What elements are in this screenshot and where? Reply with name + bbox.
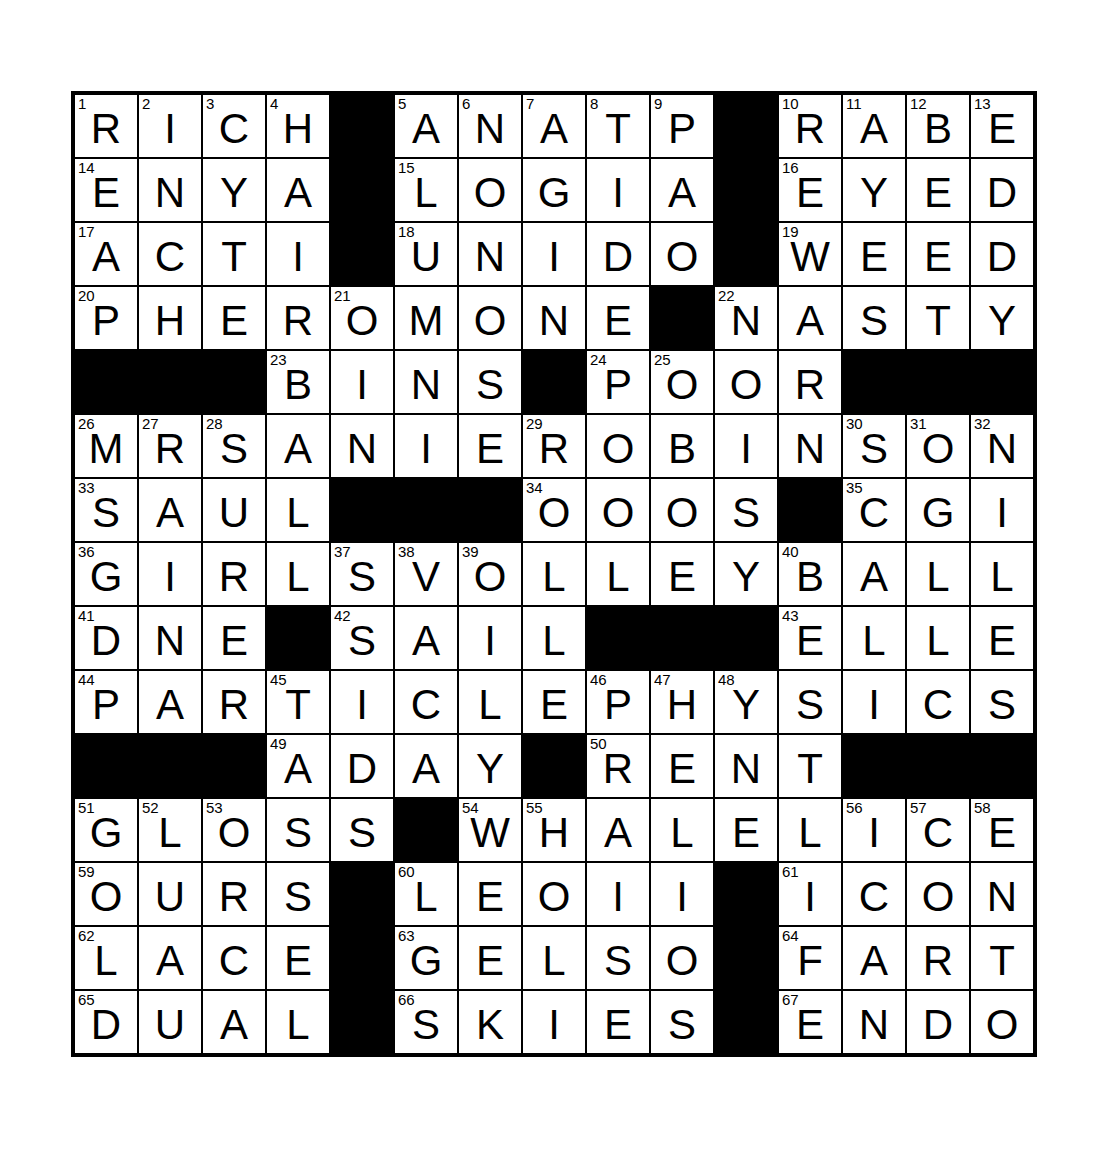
grid-cell[interactable]: 41D: [75, 607, 137, 669]
cell-letter: R: [923, 934, 953, 982]
cell-letter: A: [156, 934, 184, 982]
grid-cell[interactable]: D: [587, 223, 649, 285]
grid-cell[interactable]: S: [459, 351, 521, 413]
grid-cell[interactable]: A: [395, 735, 457, 797]
grid-cell[interactable]: A: [267, 159, 329, 221]
grid-cell[interactable]: S: [651, 991, 713, 1053]
grid-cell[interactable]: 44P: [75, 671, 137, 733]
block-cell: [715, 159, 777, 221]
grid-cell[interactable]: H: [139, 287, 201, 349]
grid-cell[interactable]: 52L: [139, 799, 201, 861]
grid-cell[interactable]: 8T: [587, 95, 649, 157]
cell-letter: O: [666, 934, 699, 982]
clue-number: 40: [782, 544, 799, 560]
grid-cell[interactable]: Y: [459, 735, 521, 797]
cell-letter: U: [219, 486, 249, 534]
grid-cell[interactable]: 9P: [651, 95, 713, 157]
block-cell: [907, 735, 969, 797]
grid-cell[interactable]: E: [907, 159, 969, 221]
grid-cell[interactable]: 35C: [843, 479, 905, 541]
grid-cell[interactable]: 28S: [203, 415, 265, 477]
grid-cell[interactable]: D: [907, 991, 969, 1053]
cell-letter: I: [804, 870, 816, 918]
cell-letter: L: [798, 806, 821, 854]
grid-cell[interactable]: 13E: [971, 95, 1033, 157]
grid-cell[interactable]: O: [971, 991, 1033, 1053]
cell-letter: N: [987, 422, 1017, 470]
grid-cell[interactable]: M: [395, 287, 457, 349]
grid-cell[interactable]: R: [203, 671, 265, 733]
grid-cell[interactable]: N: [139, 159, 201, 221]
cell-letter: G: [922, 486, 955, 534]
cell-letter: Y: [732, 678, 760, 726]
grid-cell[interactable]: U: [203, 479, 265, 541]
grid-cell[interactable]: O: [651, 927, 713, 989]
cell-letter: S: [348, 806, 376, 854]
grid-cell[interactable]: I: [971, 479, 1033, 541]
grid-cell[interactable]: T: [971, 927, 1033, 989]
grid-cell[interactable]: 46P: [587, 671, 649, 733]
clue-number: 33: [78, 480, 95, 496]
cell-letter: E: [988, 614, 1016, 662]
grid-cell[interactable]: 1R: [75, 95, 137, 157]
cell-letter: I: [868, 678, 880, 726]
cell-letter: O: [602, 422, 635, 470]
grid-cell[interactable]: E: [907, 223, 969, 285]
cell-letter: S: [668, 998, 696, 1046]
grid-cell[interactable]: E: [203, 287, 265, 349]
grid-cell[interactable]: A: [395, 607, 457, 669]
cell-letter: E: [604, 294, 632, 342]
grid-cell[interactable]: Y: [843, 159, 905, 221]
grid-cell[interactable]: E: [459, 863, 521, 925]
cell-letter: L: [670, 806, 693, 854]
clue-number: 17: [78, 224, 95, 240]
grid-cell[interactable]: U: [139, 991, 201, 1053]
cell-letter: N: [411, 358, 441, 406]
grid-cell[interactable]: T: [779, 735, 841, 797]
clue-number: 34: [526, 480, 543, 496]
cell-letter: E: [604, 998, 632, 1046]
grid-cell[interactable]: 65D: [75, 991, 137, 1053]
cell-letter: E: [476, 934, 504, 982]
grid-cell[interactable]: O: [523, 863, 585, 925]
grid-cell[interactable]: E: [651, 543, 713, 605]
grid-cell[interactable]: 27R: [139, 415, 201, 477]
grid-cell[interactable]: A: [139, 671, 201, 733]
grid-cell[interactable]: E: [523, 671, 585, 733]
cell-letter: L: [862, 614, 885, 662]
grid-cell[interactable]: R: [779, 351, 841, 413]
grid-cell[interactable]: I: [267, 223, 329, 285]
grid-cell[interactable]: 24P: [587, 351, 649, 413]
grid-cell[interactable]: 7A: [523, 95, 585, 157]
grid-cell[interactable]: I: [715, 415, 777, 477]
grid-cell[interactable]: 61I: [779, 863, 841, 925]
grid-cell[interactable]: L: [843, 607, 905, 669]
grid-cell[interactable]: E: [715, 799, 777, 861]
grid-cell[interactable]: C: [395, 671, 457, 733]
grid-cell[interactable]: D: [331, 735, 393, 797]
grid-cell[interactable]: 3C: [203, 95, 265, 157]
grid-cell[interactable]: S: [779, 671, 841, 733]
grid-cell[interactable]: 47H: [651, 671, 713, 733]
grid-cell[interactable]: I: [331, 671, 393, 733]
grid-cell[interactable]: L: [267, 479, 329, 541]
grid-cell[interactable]: O: [651, 223, 713, 285]
grid-cell[interactable]: O: [715, 351, 777, 413]
grid-cell[interactable]: S: [331, 799, 393, 861]
grid-cell[interactable]: E: [843, 223, 905, 285]
cell-letter: A: [860, 934, 888, 982]
grid-cell[interactable]: 36G: [75, 543, 137, 605]
block-cell: [715, 95, 777, 157]
clue-number: 49: [270, 736, 287, 752]
grid-cell[interactable]: 34O: [523, 479, 585, 541]
block-cell: [139, 735, 201, 797]
grid-cell[interactable]: L: [907, 607, 969, 669]
grid-cell[interactable]: E: [971, 607, 1033, 669]
clue-number: 18: [398, 224, 415, 240]
grid-cell[interactable]: A: [843, 927, 905, 989]
grid-cell[interactable]: 25O: [651, 351, 713, 413]
grid-cell[interactable]: N: [779, 415, 841, 477]
block-cell: [331, 479, 393, 541]
block-cell: [971, 735, 1033, 797]
clue-number: 51: [78, 800, 95, 816]
grid-cell[interactable]: 33S: [75, 479, 137, 541]
grid-cell[interactable]: 19W: [779, 223, 841, 285]
grid-cell[interactable]: 16E: [779, 159, 841, 221]
grid-cell[interactable]: I: [843, 671, 905, 733]
grid-cell[interactable]: I: [587, 863, 649, 925]
clue-number: 57: [910, 800, 927, 816]
grid-cell[interactable]: A: [651, 159, 713, 221]
grid-cell[interactable]: E: [651, 735, 713, 797]
grid-cell[interactable]: L: [459, 671, 521, 733]
cell-letter: L: [286, 550, 309, 598]
grid-cell[interactable]: 12B: [907, 95, 969, 157]
cell-letter: I: [356, 358, 368, 406]
cell-letter: P: [92, 678, 120, 726]
grid-cell[interactable]: L: [267, 543, 329, 605]
cell-letter: B: [284, 358, 312, 406]
grid-cell[interactable]: 11A: [843, 95, 905, 157]
grid-cell[interactable]: Y: [971, 287, 1033, 349]
cell-letter: P: [604, 678, 632, 726]
clue-number: 47: [654, 672, 671, 688]
grid-cell[interactable]: N: [843, 991, 905, 1053]
grid-cell[interactable]: A: [587, 799, 649, 861]
grid-cell[interactable]: 66S: [395, 991, 457, 1053]
clue-number: 32: [974, 416, 991, 432]
cell-letter: H: [667, 678, 697, 726]
cell-letter: A: [540, 102, 568, 150]
grid-cell[interactable]: I: [139, 543, 201, 605]
grid-cell[interactable]: 59O: [75, 863, 137, 925]
grid-cell[interactable]: I: [587, 159, 649, 221]
cell-letter: N: [859, 998, 889, 1046]
grid-cell[interactable]: I: [459, 607, 521, 669]
cell-letter: Y: [220, 166, 248, 214]
grid-cell[interactable]: S: [843, 287, 905, 349]
block-cell: [395, 479, 457, 541]
grid-cell[interactable]: 17A: [75, 223, 137, 285]
grid-cell[interactable]: E: [459, 415, 521, 477]
grid-cell[interactable]: 64F: [779, 927, 841, 989]
grid-cell[interactable]: 31O: [907, 415, 969, 477]
grid-cell[interactable]: L: [651, 799, 713, 861]
grid-cell[interactable]: E: [267, 927, 329, 989]
grid-cell[interactable]: I: [395, 415, 457, 477]
grid-cell[interactable]: N: [139, 607, 201, 669]
grid-cell[interactable]: 48Y: [715, 671, 777, 733]
grid-cell[interactable]: S: [267, 863, 329, 925]
cell-letter: L: [286, 486, 309, 534]
cell-letter: L: [542, 614, 565, 662]
block-cell: [459, 479, 521, 541]
cell-letter: Y: [988, 294, 1016, 342]
grid-cell[interactable]: A: [779, 287, 841, 349]
clue-number: 15: [398, 160, 415, 176]
clue-number: 24: [590, 352, 607, 368]
block-cell: [843, 735, 905, 797]
grid-cell[interactable]: N: [523, 287, 585, 349]
cell-letter: E: [668, 742, 696, 790]
grid-cell[interactable]: 6N: [459, 95, 521, 157]
cell-letter: I: [548, 230, 560, 278]
grid-cell[interactable]: 38V: [395, 543, 457, 605]
clue-number: 61: [782, 864, 799, 880]
cell-letter: I: [164, 102, 176, 150]
clue-number: 30: [846, 416, 863, 432]
grid-cell[interactable]: S: [267, 799, 329, 861]
cell-letter: E: [796, 614, 824, 662]
grid-cell[interactable]: 45T: [267, 671, 329, 733]
cell-letter: O: [922, 870, 955, 918]
grid-cell[interactable]: E: [459, 927, 521, 989]
grid-cell[interactable]: 21O: [331, 287, 393, 349]
clue-number: 48: [718, 672, 735, 688]
grid-cell[interactable]: G: [523, 159, 585, 221]
cell-letter: U: [155, 870, 185, 918]
grid-cell[interactable]: O: [459, 159, 521, 221]
cell-letter: E: [92, 166, 120, 214]
grid-cell[interactable]: S: [971, 671, 1033, 733]
grid-cell[interactable]: 23B: [267, 351, 329, 413]
grid-cell[interactable]: D: [971, 223, 1033, 285]
grid-cell[interactable]: S: [715, 479, 777, 541]
grid-cell[interactable]: 50R: [587, 735, 649, 797]
clue-number: 56: [846, 800, 863, 816]
grid-cell[interactable]: L: [267, 991, 329, 1053]
grid-cell[interactable]: 10R: [779, 95, 841, 157]
block-cell: [715, 607, 777, 669]
grid-cell[interactable]: I: [651, 863, 713, 925]
cell-letter: F: [797, 934, 823, 982]
grid-cell[interactable]: R: [203, 543, 265, 605]
grid-cell[interactable]: L: [523, 543, 585, 605]
cell-letter: A: [284, 422, 312, 470]
grid-cell[interactable]: 37S: [331, 543, 393, 605]
grid-cell[interactable]: A: [203, 991, 265, 1053]
grid-cell[interactable]: L: [523, 607, 585, 669]
grid-cell[interactable]: L: [907, 543, 969, 605]
grid-cell[interactable]: A: [139, 479, 201, 541]
grid-cell[interactable]: R: [267, 287, 329, 349]
clue-number: 58: [974, 800, 991, 816]
grid-cell[interactable]: S: [587, 927, 649, 989]
grid-cell[interactable]: O: [587, 479, 649, 541]
clue-number: 35: [846, 480, 863, 496]
block-cell: [203, 735, 265, 797]
grid-cell[interactable]: A: [267, 415, 329, 477]
grid-cell[interactable]: 54W: [459, 799, 521, 861]
cell-letter: Y: [476, 742, 504, 790]
grid-cell[interactable]: R: [907, 927, 969, 989]
grid-cell[interactable]: O: [907, 863, 969, 925]
grid-cell[interactable]: I: [523, 223, 585, 285]
cell-letter: O: [602, 486, 635, 534]
grid-cell[interactable]: 57C: [907, 799, 969, 861]
grid-cell[interactable]: 62L: [75, 927, 137, 989]
grid-cell[interactable]: 15L: [395, 159, 457, 221]
grid-cell[interactable]: 14E: [75, 159, 137, 221]
cell-letter: E: [988, 806, 1016, 854]
cell-letter: I: [740, 422, 752, 470]
cell-letter: I: [420, 422, 432, 470]
grid-cell[interactable]: 18U: [395, 223, 457, 285]
cell-letter: S: [732, 486, 760, 534]
grid-cell[interactable]: A: [139, 927, 201, 989]
grid-cell[interactable]: 53O: [203, 799, 265, 861]
grid-cell[interactable]: T: [203, 223, 265, 285]
cell-letter: A: [604, 806, 632, 854]
grid-cell[interactable]: B: [651, 415, 713, 477]
grid-cell[interactable]: 29R: [523, 415, 585, 477]
grid-cell[interactable]: T: [907, 287, 969, 349]
grid-cell[interactable]: O: [459, 287, 521, 349]
cell-letter: C: [411, 678, 441, 726]
grid-cell[interactable]: L: [523, 927, 585, 989]
cell-letter: A: [412, 742, 440, 790]
grid-cell[interactable]: A: [843, 543, 905, 605]
cell-letter: O: [474, 294, 507, 342]
grid-cell[interactable]: 20P: [75, 287, 137, 349]
grid-cell[interactable]: 4H: [267, 95, 329, 157]
grid-cell[interactable]: I: [523, 991, 585, 1053]
grid-cell[interactable]: 32N: [971, 415, 1033, 477]
cell-letter: E: [796, 998, 824, 1046]
cell-letter: E: [540, 678, 568, 726]
grid-cell[interactable]: L: [587, 543, 649, 605]
grid-cell[interactable]: 51G: [75, 799, 137, 861]
grid-cell[interactable]: N: [459, 223, 521, 285]
clue-number: 67: [782, 992, 799, 1008]
clue-number: 8: [590, 96, 598, 112]
grid-cell[interactable]: C: [139, 223, 201, 285]
grid-cell[interactable]: 63G: [395, 927, 457, 989]
grid-cell[interactable]: 67E: [779, 991, 841, 1053]
clue-number: 22: [718, 288, 735, 304]
grid-cell[interactable]: C: [907, 671, 969, 733]
grid-cell[interactable]: N: [715, 735, 777, 797]
grid-cell[interactable]: 39O: [459, 543, 521, 605]
grid-cell[interactable]: N: [331, 415, 393, 477]
block-cell: [971, 351, 1033, 413]
grid-cell[interactable]: 49A: [267, 735, 329, 797]
grid-cell[interactable]: E: [203, 607, 265, 669]
cell-letter: L: [926, 614, 949, 662]
cell-letter: A: [284, 742, 312, 790]
grid-cell[interactable]: L: [971, 543, 1033, 605]
cell-letter: E: [668, 550, 696, 598]
grid-cell[interactable]: 22N: [715, 287, 777, 349]
grid-cell[interactable]: U: [139, 863, 201, 925]
grid-cell[interactable]: 26M: [75, 415, 137, 477]
clue-number: 46: [590, 672, 607, 688]
grid-cell[interactable]: L: [779, 799, 841, 861]
cell-letter: G: [538, 166, 571, 214]
cell-letter: L: [414, 870, 437, 918]
cell-letter: R: [283, 294, 313, 342]
grid-cell[interactable]: 5A: [395, 95, 457, 157]
clue-number: 65: [78, 992, 95, 1008]
grid-cell[interactable]: C: [203, 927, 265, 989]
grid-cell[interactable]: K: [459, 991, 521, 1053]
grid-cell[interactable]: 42S: [331, 607, 393, 669]
grid-cell[interactable]: 58E: [971, 799, 1033, 861]
grid-cell[interactable]: 40B: [779, 543, 841, 605]
clue-number: 23: [270, 352, 287, 368]
grid-cell[interactable]: Y: [715, 543, 777, 605]
grid-cell[interactable]: G: [907, 479, 969, 541]
clue-number: 44: [78, 672, 95, 688]
grid-cell[interactable]: N: [395, 351, 457, 413]
grid-cell[interactable]: 2I: [139, 95, 201, 157]
cell-letter: L: [478, 678, 501, 726]
clue-number: 6: [462, 96, 470, 112]
cell-letter: T: [797, 742, 823, 790]
grid-cell[interactable]: E: [587, 991, 649, 1053]
clue-number: 53: [206, 800, 223, 816]
cell-letter: L: [158, 806, 181, 854]
clue-number: 11: [846, 96, 862, 112]
grid-cell[interactable]: 56I: [843, 799, 905, 861]
grid-cell[interactable]: 30S: [843, 415, 905, 477]
grid-cell[interactable]: N: [971, 863, 1033, 925]
grid-cell[interactable]: D: [971, 159, 1033, 221]
clue-number: 1: [78, 96, 86, 112]
grid-cell[interactable]: I: [331, 351, 393, 413]
grid-cell[interactable]: R: [203, 863, 265, 925]
cell-letter: L: [286, 998, 309, 1046]
cell-letter: E: [476, 422, 504, 470]
grid-cell[interactable]: O: [587, 415, 649, 477]
clue-number: 26: [78, 416, 95, 432]
grid-cell[interactable]: 55H: [523, 799, 585, 861]
cell-letter: P: [604, 358, 632, 406]
cell-letter: R: [603, 742, 633, 790]
grid-cell[interactable]: 60L: [395, 863, 457, 925]
cell-letter: S: [284, 806, 312, 854]
grid-cell[interactable]: Y: [203, 159, 265, 221]
grid-cell[interactable]: C: [843, 863, 905, 925]
cell-letter: R: [91, 102, 121, 150]
grid-cell[interactable]: E: [587, 287, 649, 349]
grid-cell[interactable]: 43E: [779, 607, 841, 669]
grid-cell[interactable]: O: [651, 479, 713, 541]
